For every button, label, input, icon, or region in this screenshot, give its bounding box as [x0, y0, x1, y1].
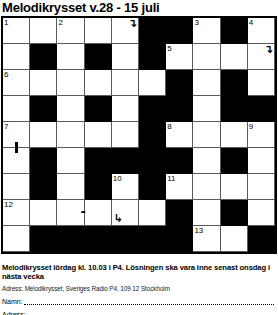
cell-r9c10	[248, 226, 275, 252]
cell-r6c8[interactable]	[193, 148, 220, 174]
turn-down-arrow-icon: ↴	[264, 44, 273, 55]
cell-r4c4	[85, 96, 112, 122]
cell-r2c7[interactable]: 5	[166, 44, 193, 70]
cell-r4c8[interactable]	[193, 96, 220, 122]
clue-number-10: 10	[113, 174, 122, 183]
clue-number-5: 5	[167, 44, 171, 53]
cell-r5c10[interactable]: 9	[248, 122, 275, 148]
crossword-grid[interactable]: 12↴345↴6789101112-↳13	[1, 16, 277, 254]
cell-r9c1[interactable]	[3, 226, 30, 252]
cell-r5c6	[139, 122, 166, 148]
clue-number-3: 3	[194, 18, 198, 27]
cell-r1c8[interactable]: 3	[193, 18, 220, 44]
cell-r2c10[interactable]: ↴	[248, 44, 275, 70]
cell-r4c1[interactable]	[3, 96, 30, 122]
cell-r2c2	[30, 44, 57, 70]
cell-r6c1[interactable]	[3, 148, 30, 174]
cell-r2c3[interactable]	[57, 44, 84, 70]
cell-r9c3	[57, 226, 84, 252]
cell-r8c7	[166, 200, 193, 226]
cell-r5c3[interactable]	[57, 122, 84, 148]
cell-r7c8[interactable]	[193, 174, 220, 200]
address-field-label: Adress:	[2, 310, 26, 315]
cell-r4c9	[221, 96, 248, 122]
cell-r6c10[interactable]	[248, 148, 275, 174]
cell-r1c3[interactable]: 2	[57, 18, 84, 44]
cell-r8c9	[221, 200, 248, 226]
cell-r1c2[interactable]	[30, 18, 57, 44]
cell-r7c9[interactable]	[221, 174, 248, 200]
hyphen-mark: -	[81, 205, 86, 218]
cell-r1c9	[221, 18, 248, 44]
cell-r7c1[interactable]	[3, 174, 30, 200]
form-row-name: Namn:	[2, 297, 276, 306]
cell-r6c3[interactable]	[57, 148, 84, 174]
cell-r1c4[interactable]	[85, 18, 112, 44]
cell-r5c4[interactable]	[85, 122, 112, 148]
cell-r7c3[interactable]	[57, 174, 84, 200]
cell-r9c6	[139, 226, 166, 252]
clue-number-11: 11	[167, 174, 175, 183]
clue-number-12: 12	[4, 200, 13, 209]
turn-right-arrow-icon: ↳	[114, 213, 123, 224]
clue-number-1: 1	[4, 18, 8, 27]
cell-r9c5	[112, 226, 139, 252]
cell-r4c5[interactable]	[112, 96, 139, 122]
cell-r3c2[interactable]	[30, 70, 57, 96]
cell-r8c6[interactable]	[139, 200, 166, 226]
cell-r9c9[interactable]	[221, 226, 248, 252]
clue-number-9: 9	[249, 122, 253, 131]
cell-r5c5[interactable]	[112, 122, 139, 148]
clue-number-2: 2	[58, 18, 62, 27]
cell-r3c5[interactable]	[112, 70, 139, 96]
cell-r1c7	[166, 18, 193, 44]
cell-r7c10[interactable]	[248, 174, 275, 200]
cell-r5c7[interactable]: 8	[166, 122, 193, 148]
cell-r6c7	[166, 148, 193, 174]
page-title: Melodikrysset v.28 - 15 juli	[0, 0, 278, 16]
name-field-label: Namn:	[2, 297, 23, 306]
cell-r5c9[interactable]	[221, 122, 248, 148]
cell-r3c10[interactable]	[248, 70, 275, 96]
cell-r9c4	[85, 226, 112, 252]
cell-r1c1[interactable]: 1	[3, 18, 30, 44]
cell-r2c4	[85, 44, 112, 70]
cell-r4c7	[166, 96, 193, 122]
cell-r9c8[interactable]: 13	[193, 226, 220, 252]
clue-number-13: 13	[194, 226, 203, 235]
cell-r1c5[interactable]: ↴	[112, 18, 139, 44]
cell-r3c7	[166, 70, 193, 96]
cell-r9c2	[30, 226, 57, 252]
cell-r3c4[interactable]	[85, 70, 112, 96]
cell-r4c6	[139, 96, 166, 122]
cell-r2c5[interactable]	[112, 44, 139, 70]
form-row-address: Adress:	[2, 310, 276, 315]
cell-r7c7[interactable]: 11	[166, 174, 193, 200]
cell-r8c10[interactable]	[248, 200, 275, 226]
word-divider-mark	[15, 142, 18, 153]
cell-r2c1[interactable]	[3, 44, 30, 70]
turn-down-arrow-icon: ↴	[128, 18, 137, 29]
cell-r8c5[interactable]: ↳	[112, 200, 139, 226]
cell-r8c8[interactable]	[193, 200, 220, 226]
cell-r7c5[interactable]: 10	[112, 174, 139, 200]
cell-r5c2[interactable]	[30, 122, 57, 148]
mailing-address: Adress: Melodikrysset, Sveriges Radio P4…	[2, 285, 276, 292]
cell-r3c3[interactable]	[57, 70, 84, 96]
name-dotted-line	[24, 303, 274, 305]
cell-r2c9[interactable]	[221, 44, 248, 70]
cell-r1c10[interactable]: 4	[248, 18, 275, 44]
cell-r6c5	[112, 148, 139, 174]
cell-r4c10	[248, 96, 275, 122]
cell-r6c6	[139, 148, 166, 174]
cell-r3c6[interactable]	[139, 70, 166, 96]
cell-r3c9	[221, 70, 248, 96]
cell-r7c2	[30, 174, 57, 200]
cell-r3c1[interactable]: 6	[3, 70, 30, 96]
cell-r8c4[interactable]: -	[85, 200, 112, 226]
cell-r5c8[interactable]	[193, 122, 220, 148]
cell-r8c2[interactable]	[30, 200, 57, 226]
cell-r9c7	[166, 226, 193, 252]
cell-r4c3[interactable]	[57, 96, 84, 122]
cell-r1c6	[139, 18, 166, 44]
footer: Melodikrysset lördag kl. 10.03 i P4. Lös…	[0, 263, 278, 315]
cell-r6c2	[30, 148, 57, 174]
cell-r3c8[interactable]	[193, 70, 220, 96]
cell-r2c8[interactable]	[193, 44, 220, 70]
clue-number-4: 4	[249, 18, 253, 27]
cell-r4c2	[30, 96, 57, 122]
cell-r7c4	[85, 174, 112, 200]
clue-number-7: 7	[4, 122, 8, 131]
clue-number-6: 6	[4, 70, 8, 79]
cell-r6c4	[85, 148, 112, 174]
cell-r2c6	[139, 44, 166, 70]
clue-number-8: 8	[167, 122, 171, 131]
cell-r7c6	[139, 174, 166, 200]
cell-r6c9	[221, 148, 248, 174]
cell-r8c1[interactable]: 12	[3, 200, 30, 226]
broadcast-info: Melodikrysset lördag kl. 10.03 i P4. Lös…	[2, 263, 276, 281]
